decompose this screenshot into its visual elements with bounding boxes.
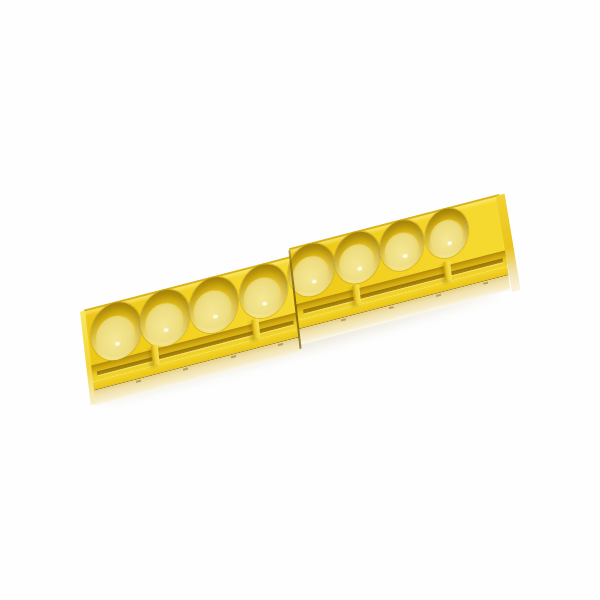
cavity-floor (338, 243, 375, 282)
cavity-floor (384, 231, 420, 269)
mold-unit-left (84, 256, 301, 406)
mold-unit-right (289, 194, 510, 345)
popsicle-mold (83, 194, 511, 406)
cavity-floor (241, 277, 283, 316)
cavity-floor (143, 302, 187, 343)
cavity-floor (93, 316, 138, 358)
cavity-floor (191, 290, 234, 330)
product-photo-canvas (0, 0, 600, 600)
cavity-floor (292, 255, 330, 295)
specular-highlight (311, 279, 316, 283)
cavity-floor (429, 219, 464, 256)
